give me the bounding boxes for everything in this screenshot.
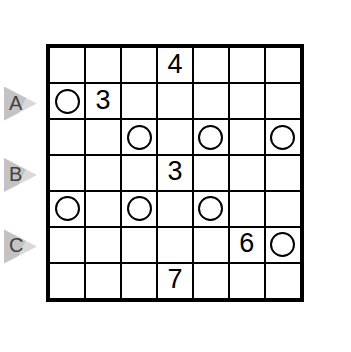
cell-r2c3[interactable]: [122, 84, 156, 118]
cell-r7c5[interactable]: [194, 264, 228, 298]
marker-letter: C: [9, 234, 23, 257]
number-clue: 3: [96, 87, 111, 114]
cell-r7c1[interactable]: [50, 264, 84, 298]
puzzle-diagram: 43367 ABC: [0, 0, 351, 352]
cell-r2c5[interactable]: [194, 84, 228, 118]
cell-r3c2[interactable]: [86, 120, 120, 154]
cell-r5c6[interactable]: [230, 192, 264, 226]
cell-r7c6[interactable]: [230, 264, 264, 298]
cell-r6c1[interactable]: [50, 228, 84, 262]
cell-r2c6[interactable]: [230, 84, 264, 118]
cell-r1c1[interactable]: [50, 48, 84, 82]
circle-clue-icon: [55, 196, 80, 221]
number-clue: 7: [167, 266, 182, 293]
number-clue: 4: [167, 51, 182, 78]
cell-r1c4[interactable]: 4: [158, 48, 192, 82]
circle-clue-icon: [198, 125, 223, 150]
cell-r6c5[interactable]: [194, 228, 228, 262]
cell-r6c6[interactable]: 6: [230, 228, 264, 262]
row-marker-c: C: [4, 229, 37, 263]
cell-r5c2[interactable]: [86, 192, 120, 226]
cell-r4c3[interactable]: [122, 156, 156, 190]
puzzle-grid: 43367: [46, 44, 304, 302]
cell-r3c6[interactable]: [230, 120, 264, 154]
cell-r1c6[interactable]: [230, 48, 264, 82]
cell-r7c7[interactable]: [266, 264, 300, 298]
cell-r2c1[interactable]: [50, 84, 84, 118]
cell-r4c1[interactable]: [50, 156, 84, 190]
cell-r1c3[interactable]: [122, 48, 156, 82]
cell-r6c4[interactable]: [158, 228, 192, 262]
cell-r5c3[interactable]: [122, 192, 156, 226]
cell-r7c3[interactable]: [122, 264, 156, 298]
cell-r4c7[interactable]: [266, 156, 300, 190]
cell-r3c5[interactable]: [194, 120, 228, 154]
cell-r2c4[interactable]: [158, 84, 192, 118]
cell-r5c7[interactable]: [266, 192, 300, 226]
cell-r3c4[interactable]: [158, 120, 192, 154]
number-clue: 3: [167, 158, 182, 185]
cell-r3c1[interactable]: [50, 120, 84, 154]
row-marker-b: B: [4, 158, 37, 192]
cell-r4c5[interactable]: [194, 156, 228, 190]
circle-clue-icon: [55, 89, 80, 114]
cell-r1c5[interactable]: [194, 48, 228, 82]
circle-clue-icon: [198, 196, 223, 221]
cell-r6c7[interactable]: [266, 228, 300, 262]
cell-r4c4[interactable]: 3: [158, 156, 192, 190]
circle-clue-icon: [270, 232, 295, 257]
cell-r4c2[interactable]: [86, 156, 120, 190]
circle-clue-icon: [127, 196, 152, 221]
cell-r7c2[interactable]: [86, 264, 120, 298]
marker-letter: A: [9, 92, 22, 115]
row-marker-a: A: [4, 87, 37, 121]
cell-r3c3[interactable]: [122, 120, 156, 154]
cell-r3c7[interactable]: [266, 120, 300, 154]
cell-r5c5[interactable]: [194, 192, 228, 226]
cell-r6c3[interactable]: [122, 228, 156, 262]
cell-r2c2[interactable]: 3: [86, 84, 120, 118]
cell-r6c2[interactable]: [86, 228, 120, 262]
cell-r5c4[interactable]: [158, 192, 192, 226]
cell-r7c4[interactable]: 7: [158, 264, 192, 298]
cell-r2c7[interactable]: [266, 84, 300, 118]
marker-letter: B: [9, 163, 22, 186]
circle-clue-icon: [270, 125, 295, 150]
circle-clue-icon: [127, 125, 152, 150]
cell-r1c7[interactable]: [266, 48, 300, 82]
number-clue: 6: [239, 230, 254, 257]
cell-r1c2[interactable]: [86, 48, 120, 82]
cell-r5c1[interactable]: [50, 192, 84, 226]
cell-r4c6[interactable]: [230, 156, 264, 190]
